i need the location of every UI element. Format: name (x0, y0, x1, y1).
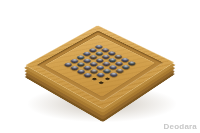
cell-r5c3 (81, 64, 94, 71)
marble (120, 64, 131, 70)
marble (114, 68, 125, 74)
hole-grid (62, 43, 138, 86)
empty-hole (91, 77, 97, 80)
marble (76, 69, 87, 75)
cell-r1c6 (125, 60, 138, 67)
marble (102, 68, 113, 74)
marble (95, 72, 106, 78)
empty-hole (98, 81, 104, 84)
marble (126, 60, 137, 66)
cell-r2c6 (119, 64, 132, 71)
marble (108, 64, 119, 70)
cell-r6c6 (95, 79, 108, 87)
watermark-text: Deodara (164, 122, 197, 131)
marble (89, 68, 100, 74)
cell-r6c4 (81, 71, 94, 78)
marble (88, 61, 99, 67)
empty-hole (105, 77, 111, 80)
marble (76, 61, 87, 67)
cell-r5c6 (101, 75, 114, 83)
cell-r5c5 (94, 71, 107, 78)
marble (82, 72, 93, 78)
cell-r4c5 (100, 67, 113, 74)
marble (95, 65, 106, 71)
marble (82, 65, 93, 71)
cell-r6c2 (68, 64, 81, 71)
cell-r5c4 (88, 68, 101, 75)
cell-r4c4 (94, 64, 107, 71)
cell-r3c6 (113, 67, 126, 74)
cell-r4c6 (107, 71, 120, 78)
cell-r6c3 (75, 68, 88, 75)
cell-r6c5 (88, 75, 101, 83)
cell-r3c5 (107, 64, 120, 71)
marble (63, 62, 74, 68)
marble (108, 72, 119, 78)
product-photo: Deodara (0, 0, 200, 133)
marble (69, 65, 80, 71)
